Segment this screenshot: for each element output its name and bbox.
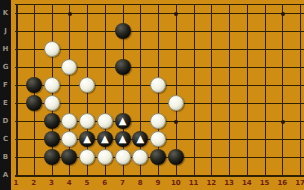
grid-line-col-11 (194, 4, 195, 176)
black-stone-B4[interactable] (61, 149, 77, 165)
black-stone-F2[interactable] (26, 77, 42, 93)
white-stone-B8[interactable] (132, 149, 148, 165)
row-label-E: E (0, 98, 11, 108)
col-label-5: 5 (80, 179, 94, 188)
col-label-15: 15 (258, 179, 272, 188)
col-label-14: 14 (240, 179, 254, 188)
col-label-9: 9 (151, 179, 165, 188)
row-label-B: B (0, 152, 11, 162)
col-label-1: 1 (9, 179, 23, 188)
grid-line-col-15 (265, 4, 266, 176)
col-label-11: 11 (187, 179, 201, 188)
row-label-J: J (0, 26, 11, 36)
col-label-8: 8 (133, 179, 147, 188)
star-point-K10 (174, 12, 178, 16)
white-stone-C4[interactable] (61, 131, 77, 147)
row-label-K: K (0, 8, 11, 18)
triangle-mark: ▲ (119, 116, 127, 126)
row-label-strip: KJHGFEDCBA (0, 0, 11, 190)
white-stone-F3[interactable] (44, 77, 60, 93)
white-stone-F5[interactable] (79, 77, 95, 93)
board-top-edge-line (15, 4, 304, 5)
go-app-screen: KJHGFEDCBA 1234567891011121314151617▲▲▲▲… (0, 0, 304, 190)
white-stone-D9[interactable] (150, 113, 166, 129)
col-label-17: 17 (293, 179, 304, 188)
white-stone-E10[interactable] (168, 95, 184, 111)
star-point-K4 (68, 12, 72, 16)
black-stone-G7[interactable] (115, 59, 131, 75)
triangle-mark: ▲ (101, 134, 109, 144)
grid-line-row-J (15, 31, 304, 32)
triangle-mark: ▲ (119, 134, 127, 144)
star-point-D10 (174, 120, 178, 124)
star-point-D16 (281, 120, 285, 124)
grid-line-row-G (15, 67, 304, 68)
white-stone-F9[interactable] (150, 77, 166, 93)
col-label-6: 6 (98, 179, 112, 188)
black-stone-C6[interactable]: ▲ (97, 131, 113, 147)
row-label-H: H (0, 44, 11, 54)
col-label-16: 16 (275, 179, 289, 188)
col-label-7: 7 (116, 179, 130, 188)
black-stone-C5[interactable]: ▲ (79, 131, 95, 147)
black-stone-C3[interactable] (44, 131, 60, 147)
grid-line-col-17 (300, 4, 301, 176)
black-stone-E2[interactable] (26, 95, 42, 111)
col-label-2: 2 (27, 179, 41, 188)
white-stone-G4[interactable] (61, 59, 77, 75)
white-stone-C9[interactable] (150, 131, 166, 147)
white-stone-D5[interactable] (79, 113, 95, 129)
white-stone-E3[interactable] (44, 95, 60, 111)
white-stone-B6[interactable] (97, 149, 113, 165)
row-label-F: F (0, 80, 11, 90)
grid-line-col-12 (211, 4, 212, 176)
grid-line-row-A (15, 175, 304, 177)
row-label-A: A (0, 170, 11, 180)
white-stone-B5[interactable] (79, 149, 95, 165)
black-stone-D7[interactable]: ▲ (115, 113, 131, 129)
triangle-mark: ▲ (83, 134, 91, 144)
col-label-12: 12 (204, 179, 218, 188)
black-stone-D3[interactable] (44, 113, 60, 129)
white-stone-H3[interactable] (44, 41, 60, 57)
grid-line-col-1 (16, 4, 18, 176)
black-stone-C8[interactable]: ▲ (132, 131, 148, 147)
grid-line-col-13 (229, 4, 230, 176)
black-stone-J7[interactable] (115, 23, 131, 39)
black-stone-B10[interactable] (168, 149, 184, 165)
col-label-10: 10 (169, 179, 183, 188)
star-point-K16 (281, 12, 285, 16)
row-label-C: C (0, 134, 11, 144)
black-stone-B3[interactable] (44, 149, 60, 165)
white-stone-D4[interactable] (61, 113, 77, 129)
grid-line-col-14 (247, 4, 248, 176)
col-label-13: 13 (222, 179, 236, 188)
grid-line-col-16 (282, 4, 283, 176)
black-stone-C7[interactable]: ▲ (115, 131, 131, 147)
col-label-4: 4 (62, 179, 76, 188)
black-stone-B9[interactable] (150, 149, 166, 165)
row-label-D: D (0, 116, 11, 126)
white-stone-B7[interactable] (115, 149, 131, 165)
grid-line-row-K (15, 13, 304, 14)
col-label-3: 3 (45, 179, 59, 188)
triangle-mark: ▲ (136, 134, 144, 144)
white-stone-D6[interactable] (97, 113, 113, 129)
row-label-G: G (0, 62, 11, 72)
